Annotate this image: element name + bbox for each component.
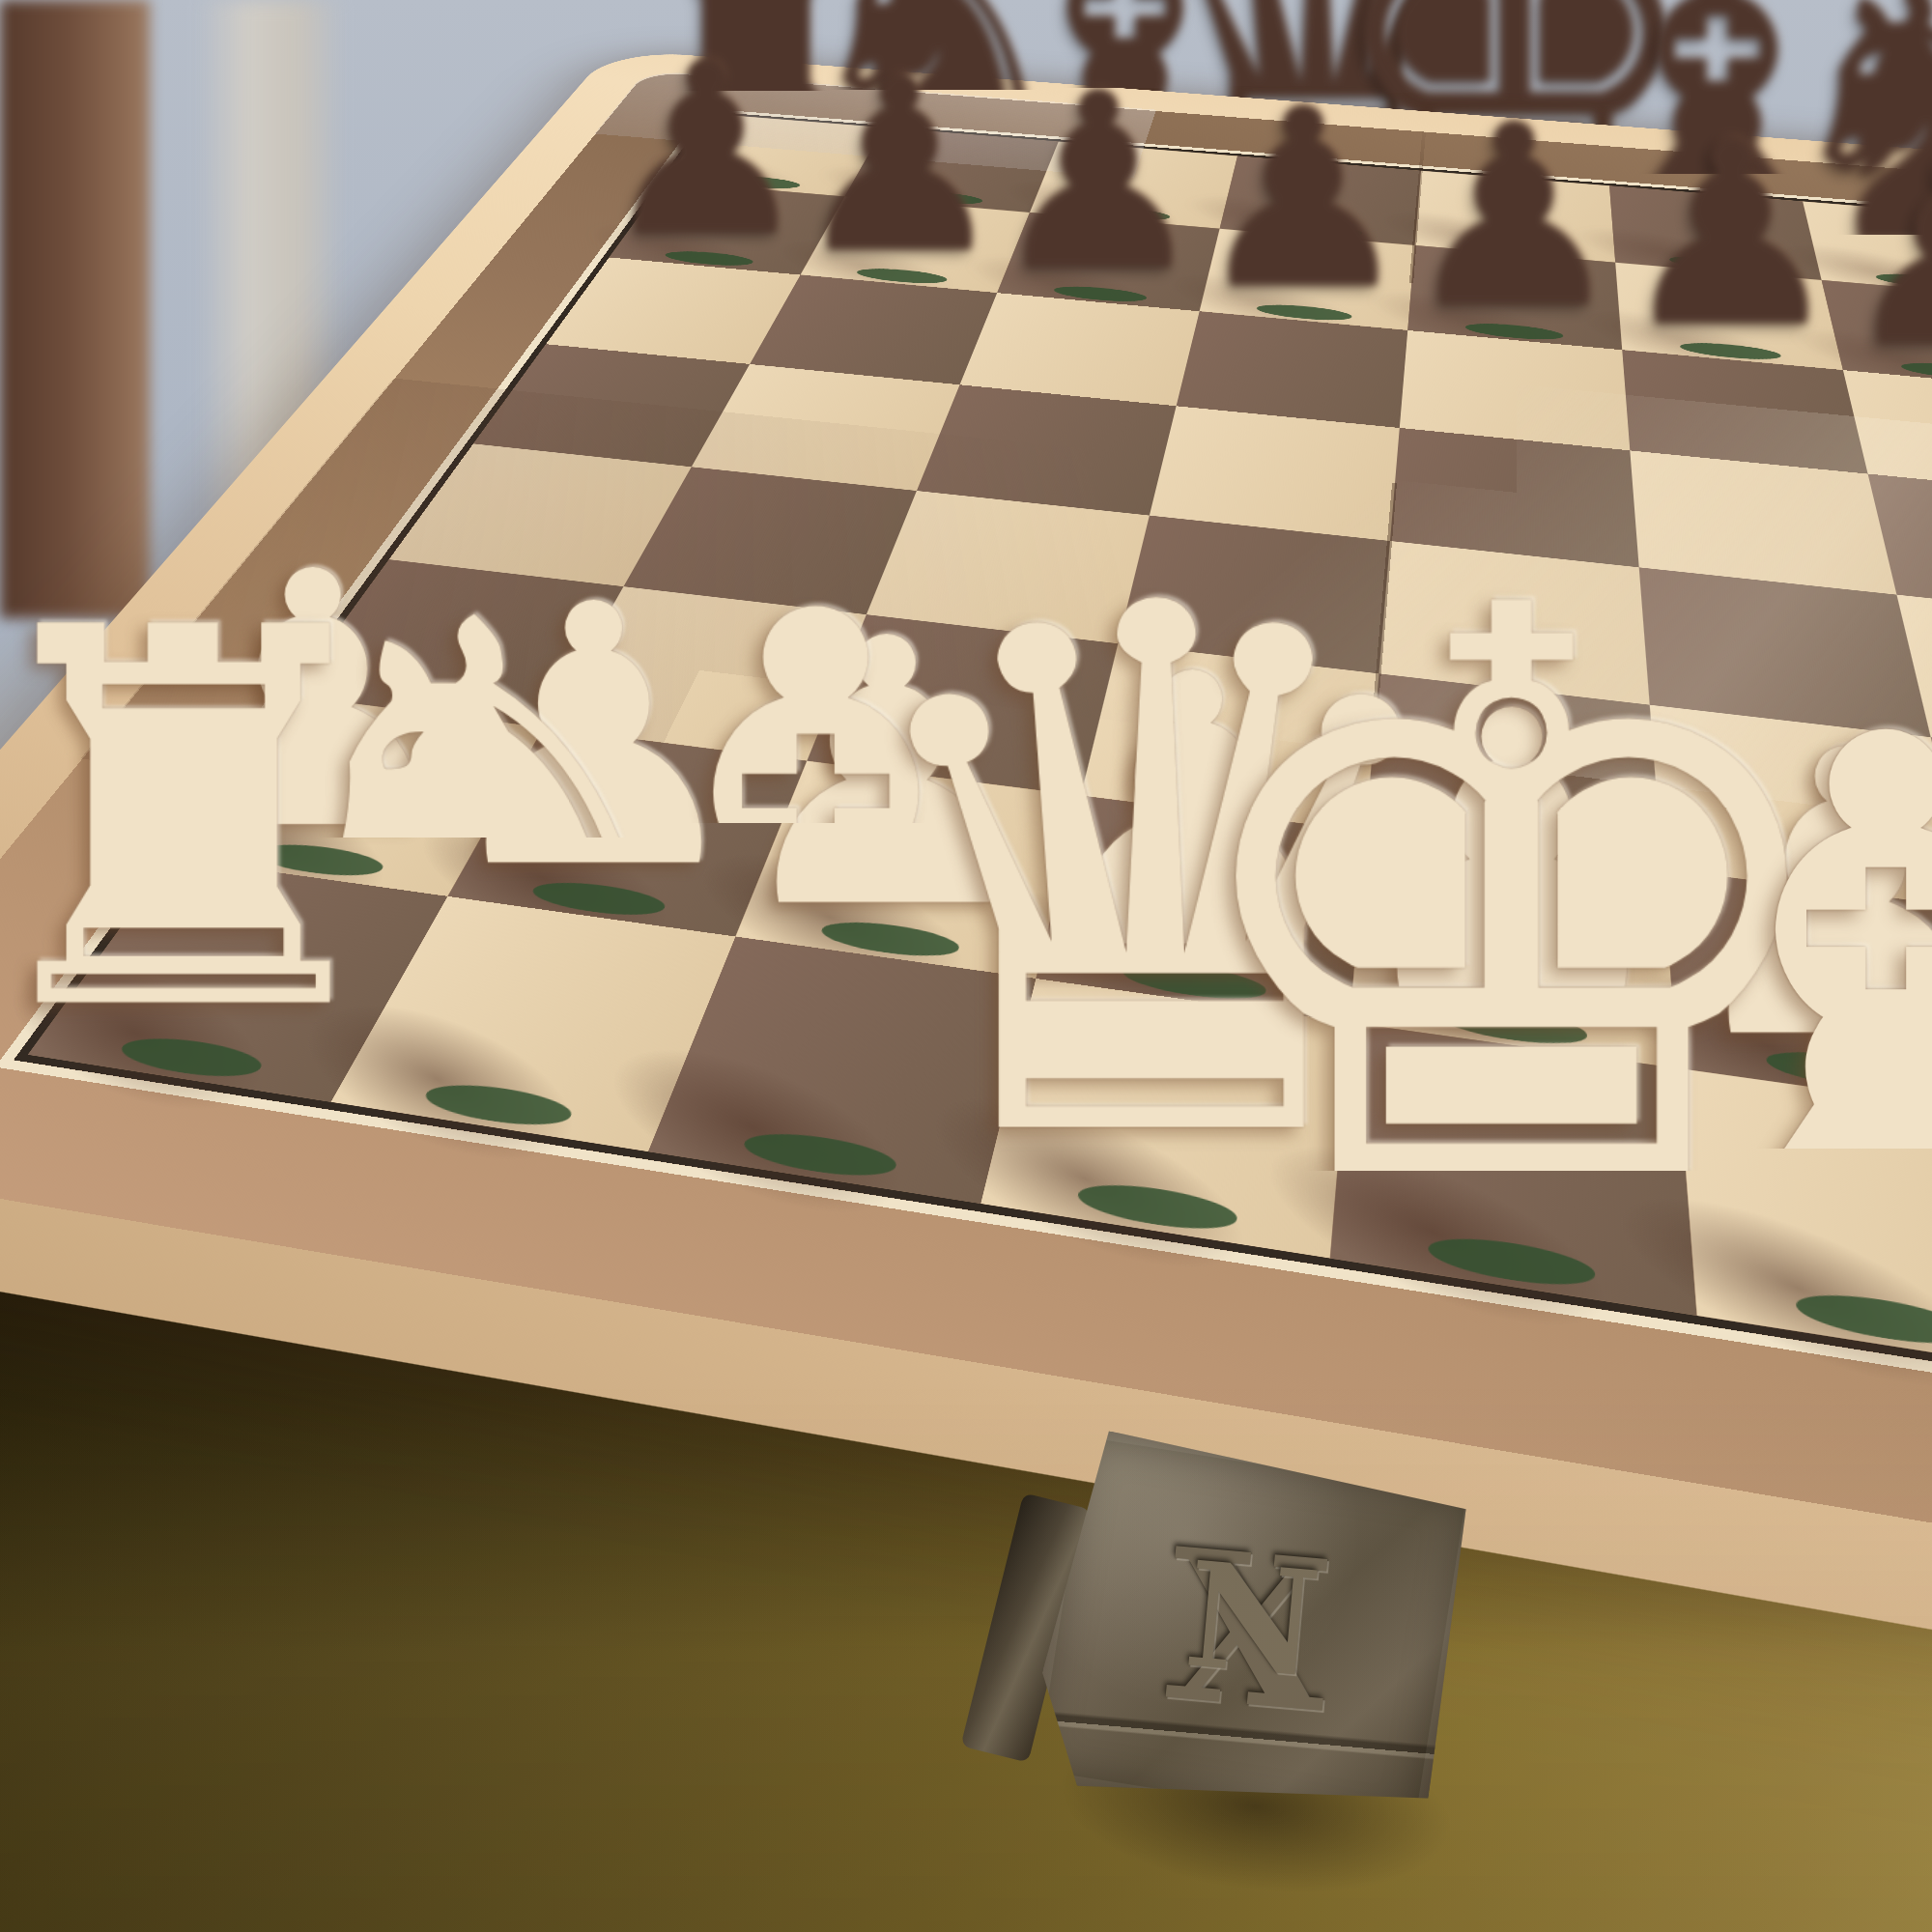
piece-black-pawn-a7: ♟ [600,38,812,263]
clasp-flap: X N [1026,1427,1477,1840]
square-f1: ♝ [1678,1068,1932,1376]
brass-clasp: X N [927,1406,1546,1932]
piece-black-pawn-f7: ♟ [1617,114,1845,356]
piece-white-bishop-f1: ♝ [1571,666,1932,1334]
chess-photo-scene: ♜♞♝♛♚♝♞♜♟♟♟♟♟♟♟♟♟♟♟♟♟♟♟♟♜♞♝♛♚♝♞♜ X N [0,0,1932,1932]
square-c7: ♟ [997,213,1219,311]
piece-black-pawn-g7: ♟ [1839,130,1932,376]
square-g7: ♟ [1822,280,1932,391]
square-e7: ♟ [1407,245,1622,350]
piece-black-pawn-c7: ♟ [989,67,1207,298]
piece-black-pawn-d7: ♟ [1192,82,1414,317]
piece-black-pawn-b7: ♟ [792,52,1008,280]
piece-black-pawn-e7: ♟ [1402,98,1627,336]
square-f7: ♟ [1615,263,1843,370]
monogram-n-letter: N [1179,1528,1325,1709]
square-d7: ♟ [1200,229,1415,330]
